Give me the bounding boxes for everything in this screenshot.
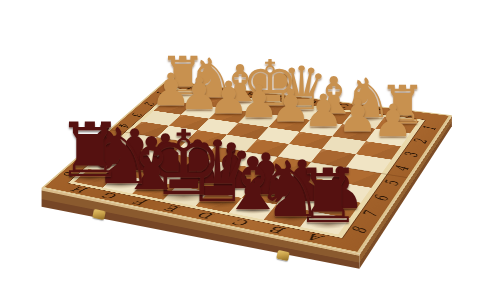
rank-label-7: 7 bbox=[348, 206, 393, 222]
rank-label-8: 8 bbox=[336, 222, 382, 239]
brass-clasp-left bbox=[92, 208, 106, 219]
rank-label-3: 3 bbox=[120, 109, 154, 119]
rank-label-5: 5 bbox=[370, 176, 414, 190]
chess-set-photo: HGFEDCBA HGFEDCBA 12345678 12345678 ♜♞♝♛… bbox=[0, 0, 480, 296]
rank-label-6: 6 bbox=[359, 191, 404, 206]
rank-label-2: 2 bbox=[400, 135, 442, 147]
rank-label-4: 4 bbox=[381, 162, 424, 176]
rank-label-2: 2 bbox=[133, 99, 166, 108]
rank-label-3: 3 bbox=[391, 148, 433, 161]
chess-board: HGFEDCBA HGFEDCBA 12345678 12345678 bbox=[42, 80, 452, 254]
brass-clasp-center bbox=[276, 250, 290, 261]
rank-label-1: 1 bbox=[409, 123, 450, 135]
rank-label-1: 1 bbox=[145, 88, 178, 97]
